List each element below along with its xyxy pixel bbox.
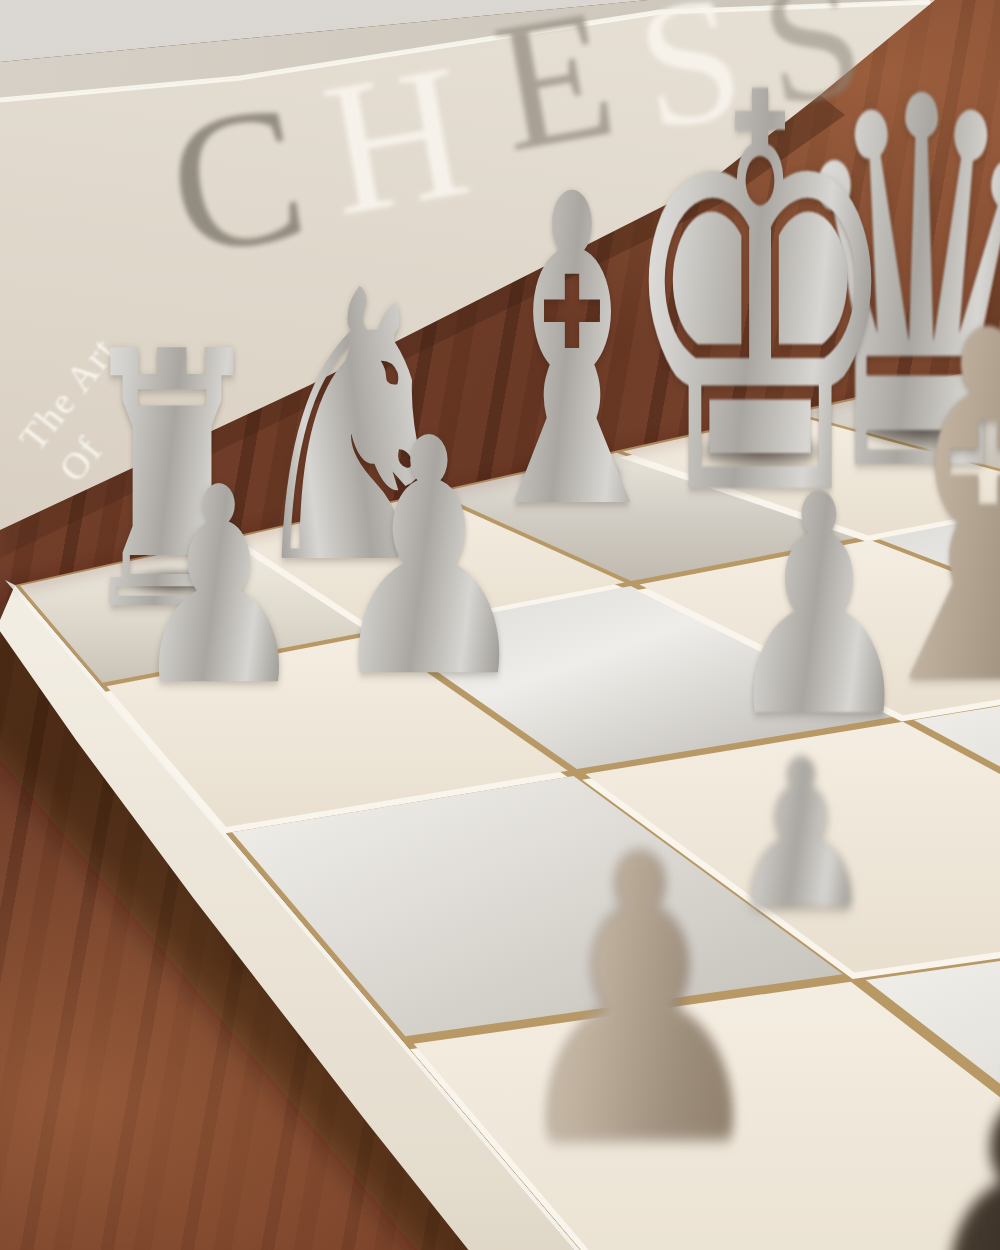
pawn-silver-e2: ♟	[721, 455, 917, 759]
blurred-dark-piece-fragment: ♟	[911, 1017, 1000, 1250]
pawn-silver-g2: ♟	[324, 396, 534, 722]
pawn-warm-grey: ♟	[503, 806, 777, 1198]
pawn-silver-h2: ♟	[129, 452, 309, 723]
chess-pieces: ♛♛♚♝♝♞♜♜♝♟♟♟♟♟♟♟♟♟♟	[0, 0, 1000, 1250]
